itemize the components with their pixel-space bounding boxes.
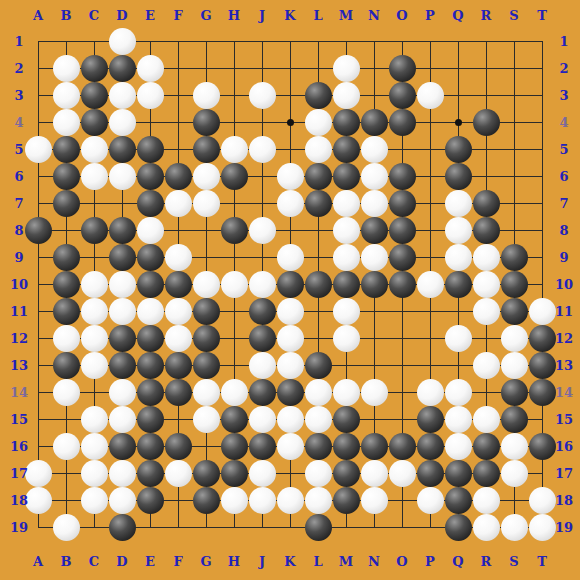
row-label-left: 14 (10, 386, 28, 399)
row-label-right: 2 (559, 62, 568, 75)
white-stone[interactable] (361, 244, 388, 271)
white-stone[interactable] (501, 460, 528, 487)
white-stone[interactable] (81, 298, 108, 325)
white-stone[interactable] (473, 487, 500, 514)
white-stone[interactable] (445, 433, 472, 460)
white-stone[interactable] (445, 244, 472, 271)
black-stone[interactable] (389, 55, 416, 82)
black-stone[interactable] (137, 163, 164, 190)
black-stone[interactable] (249, 433, 276, 460)
black-stone[interactable] (529, 352, 556, 379)
white-stone[interactable] (81, 163, 108, 190)
white-stone[interactable] (277, 433, 304, 460)
row-label-right: 6 (559, 170, 568, 183)
white-stone[interactable] (81, 325, 108, 352)
row-label-right: 5 (559, 143, 568, 156)
row-label-left: 17 (10, 467, 28, 480)
white-stone[interactable] (501, 514, 528, 541)
row-label-right: 17 (555, 467, 573, 480)
black-stone[interactable] (389, 190, 416, 217)
white-stone[interactable] (529, 487, 556, 514)
row-label-left: 10 (10, 278, 28, 291)
black-stone[interactable] (333, 433, 360, 460)
black-stone[interactable] (305, 190, 332, 217)
star-point (287, 119, 294, 126)
black-stone[interactable] (445, 460, 472, 487)
black-stone[interactable] (501, 298, 528, 325)
white-stone[interactable] (305, 136, 332, 163)
black-stone[interactable] (389, 163, 416, 190)
black-stone[interactable] (445, 163, 472, 190)
white-stone[interactable] (501, 433, 528, 460)
col-label-top: L (313, 9, 322, 22)
row-label-left: 1 (14, 35, 23, 48)
black-stone[interactable] (137, 271, 164, 298)
white-stone[interactable] (417, 379, 444, 406)
col-label-top: D (116, 9, 127, 22)
black-stone[interactable] (361, 217, 388, 244)
black-stone[interactable] (137, 244, 164, 271)
white-stone[interactable] (277, 190, 304, 217)
col-label-top: O (396, 9, 407, 22)
white-stone[interactable] (445, 217, 472, 244)
white-stone[interactable] (81, 406, 108, 433)
white-stone[interactable] (249, 352, 276, 379)
col-label-top: T (537, 9, 547, 22)
black-stone[interactable] (165, 163, 192, 190)
white-stone[interactable] (249, 406, 276, 433)
black-stone[interactable] (277, 271, 304, 298)
col-label-top: F (173, 9, 182, 22)
white-stone[interactable] (277, 406, 304, 433)
white-stone[interactable] (221, 379, 248, 406)
white-stone[interactable] (109, 487, 136, 514)
col-label-bottom: B (61, 555, 72, 568)
black-stone[interactable] (109, 55, 136, 82)
col-label-bottom: F (173, 555, 182, 568)
col-label-bottom: T (537, 555, 547, 568)
white-stone[interactable] (277, 352, 304, 379)
col-label-top: H (228, 9, 240, 22)
black-stone[interactable] (221, 433, 248, 460)
black-stone[interactable] (109, 136, 136, 163)
white-stone[interactable] (473, 271, 500, 298)
white-stone[interactable] (165, 460, 192, 487)
white-stone[interactable] (361, 379, 388, 406)
row-label-right: 15 (555, 413, 573, 426)
black-stone[interactable] (109, 217, 136, 244)
col-label-bottom: O (396, 555, 407, 568)
black-stone[interactable] (501, 271, 528, 298)
white-stone[interactable] (81, 487, 108, 514)
white-stone[interactable] (193, 406, 220, 433)
white-stone[interactable] (445, 325, 472, 352)
white-stone[interactable] (221, 487, 248, 514)
col-label-bottom: Q (452, 555, 463, 568)
col-label-top: S (509, 9, 518, 22)
black-stone[interactable] (333, 109, 360, 136)
black-stone[interactable] (501, 406, 528, 433)
col-label-top: J (259, 9, 265, 22)
white-stone[interactable] (53, 433, 80, 460)
black-stone[interactable] (53, 190, 80, 217)
row-label-left: 19 (10, 521, 28, 534)
col-label-top: R (481, 9, 492, 22)
black-stone[interactable] (389, 82, 416, 109)
go-board[interactable]: AABBCCDDEEFFGGHHJJKKLLMMNNOOPPQQRRSSTT11… (0, 0, 580, 580)
col-label-top: G (200, 9, 211, 22)
white-stone[interactable] (417, 271, 444, 298)
row-label-right: 19 (555, 521, 573, 534)
white-stone[interactable] (361, 460, 388, 487)
white-stone[interactable] (361, 136, 388, 163)
col-label-bottom: N (368, 555, 380, 568)
white-stone[interactable] (333, 298, 360, 325)
col-label-bottom: R (481, 555, 492, 568)
col-label-top: A (33, 9, 43, 22)
black-stone[interactable] (305, 163, 332, 190)
white-stone[interactable] (333, 244, 360, 271)
black-stone[interactable] (333, 163, 360, 190)
white-stone[interactable] (473, 244, 500, 271)
black-stone[interactable] (81, 109, 108, 136)
black-stone[interactable] (445, 514, 472, 541)
col-label-bottom: A (33, 555, 43, 568)
col-label-top: E (145, 9, 155, 22)
black-stone[interactable] (193, 352, 220, 379)
black-stone[interactable] (249, 298, 276, 325)
white-stone[interactable] (249, 82, 276, 109)
white-stone[interactable] (473, 514, 500, 541)
white-stone[interactable] (25, 487, 52, 514)
row-label-left: 18 (10, 494, 28, 507)
black-stone[interactable] (529, 325, 556, 352)
row-label-left: 6 (14, 170, 23, 183)
black-stone[interactable] (305, 433, 332, 460)
black-stone[interactable] (529, 379, 556, 406)
white-stone[interactable] (305, 460, 332, 487)
black-stone[interactable] (109, 514, 136, 541)
black-stone[interactable] (389, 271, 416, 298)
row-label-left: 5 (14, 143, 23, 156)
row-label-right: 10 (555, 278, 573, 291)
black-stone[interactable] (333, 136, 360, 163)
black-stone[interactable] (193, 298, 220, 325)
black-stone[interactable] (221, 217, 248, 244)
black-stone[interactable] (165, 379, 192, 406)
white-stone[interactable] (305, 109, 332, 136)
col-label-top: B (61, 9, 72, 22)
white-stone[interactable] (445, 379, 472, 406)
row-label-left: 7 (14, 197, 23, 210)
row-label-left: 8 (14, 224, 23, 237)
white-stone[interactable] (137, 55, 164, 82)
col-label-bottom: D (116, 555, 127, 568)
black-stone[interactable] (109, 352, 136, 379)
col-label-top: C (89, 9, 99, 22)
col-label-bottom: P (425, 555, 435, 568)
black-stone[interactable] (53, 352, 80, 379)
row-label-right: 13 (555, 359, 573, 372)
white-stone[interactable] (473, 352, 500, 379)
white-stone[interactable] (165, 244, 192, 271)
row-label-left: 3 (14, 89, 23, 102)
black-stone[interactable] (137, 379, 164, 406)
black-stone[interactable] (361, 109, 388, 136)
col-label-bottom: S (509, 555, 518, 568)
black-stone[interactable] (53, 244, 80, 271)
white-stone[interactable] (53, 55, 80, 82)
white-stone[interactable] (137, 217, 164, 244)
row-label-right: 7 (559, 197, 568, 210)
white-stone[interactable] (81, 271, 108, 298)
white-stone[interactable] (277, 325, 304, 352)
black-stone[interactable] (137, 325, 164, 352)
white-stone[interactable] (193, 82, 220, 109)
white-stone[interactable] (529, 298, 556, 325)
white-stone[interactable] (109, 109, 136, 136)
white-stone[interactable] (305, 406, 332, 433)
black-stone[interactable] (473, 460, 500, 487)
col-label-bottom: G (200, 555, 211, 568)
white-stone[interactable] (53, 82, 80, 109)
white-stone[interactable] (53, 379, 80, 406)
row-label-right: 12 (555, 332, 573, 345)
black-stone[interactable] (389, 244, 416, 271)
row-label-left: 13 (10, 359, 28, 372)
black-stone[interactable] (249, 379, 276, 406)
black-stone[interactable] (473, 217, 500, 244)
black-stone[interactable] (473, 109, 500, 136)
row-label-left: 15 (10, 413, 28, 426)
white-stone[interactable] (165, 325, 192, 352)
black-stone[interactable] (221, 460, 248, 487)
black-stone[interactable] (193, 487, 220, 514)
black-stone[interactable] (333, 487, 360, 514)
white-stone[interactable] (165, 298, 192, 325)
white-stone[interactable] (361, 487, 388, 514)
black-stone[interactable] (277, 379, 304, 406)
white-stone[interactable] (445, 406, 472, 433)
white-stone[interactable] (305, 379, 332, 406)
row-label-right: 3 (559, 89, 568, 102)
black-stone[interactable] (193, 109, 220, 136)
black-stone[interactable] (417, 433, 444, 460)
white-stone[interactable] (333, 379, 360, 406)
white-stone[interactable] (81, 352, 108, 379)
black-stone[interactable] (473, 433, 500, 460)
black-stone[interactable] (193, 325, 220, 352)
row-label-right: 16 (555, 440, 573, 453)
black-stone[interactable] (81, 82, 108, 109)
white-stone[interactable] (25, 136, 52, 163)
white-stone[interactable] (333, 190, 360, 217)
black-stone[interactable] (445, 487, 472, 514)
white-stone[interactable] (361, 163, 388, 190)
black-stone[interactable] (389, 109, 416, 136)
black-stone[interactable] (305, 82, 332, 109)
col-label-top: M (339, 9, 353, 22)
black-stone[interactable] (137, 406, 164, 433)
row-label-right: 9 (559, 251, 568, 264)
white-stone[interactable] (333, 82, 360, 109)
white-stone[interactable] (193, 271, 220, 298)
white-stone[interactable] (109, 271, 136, 298)
white-stone[interactable] (389, 460, 416, 487)
white-stone[interactable] (109, 460, 136, 487)
white-stone[interactable] (249, 271, 276, 298)
white-stone[interactable] (193, 379, 220, 406)
black-stone[interactable] (389, 217, 416, 244)
row-label-right: 4 (559, 116, 568, 129)
black-stone[interactable] (165, 433, 192, 460)
white-stone[interactable] (81, 136, 108, 163)
white-stone[interactable] (277, 244, 304, 271)
white-stone[interactable] (501, 325, 528, 352)
white-stone[interactable] (109, 379, 136, 406)
white-stone[interactable] (305, 487, 332, 514)
black-stone[interactable] (53, 298, 80, 325)
white-stone[interactable] (53, 109, 80, 136)
black-stone[interactable] (361, 271, 388, 298)
black-stone[interactable] (109, 433, 136, 460)
black-stone[interactable] (305, 271, 332, 298)
white-stone[interactable] (277, 487, 304, 514)
white-stone[interactable] (137, 82, 164, 109)
white-stone[interactable] (53, 514, 80, 541)
black-stone[interactable] (109, 244, 136, 271)
black-stone[interactable] (333, 460, 360, 487)
white-stone[interactable] (109, 406, 136, 433)
white-stone[interactable] (249, 487, 276, 514)
col-label-bottom: H (228, 555, 240, 568)
black-stone[interactable] (193, 136, 220, 163)
black-stone[interactable] (193, 460, 220, 487)
black-stone[interactable] (333, 271, 360, 298)
black-stone[interactable] (165, 352, 192, 379)
white-stone[interactable] (53, 325, 80, 352)
black-stone[interactable] (501, 244, 528, 271)
white-stone[interactable] (473, 298, 500, 325)
black-stone[interactable] (333, 406, 360, 433)
black-stone[interactable] (81, 55, 108, 82)
row-label-left: 4 (14, 116, 23, 129)
black-stone[interactable] (249, 325, 276, 352)
black-stone[interactable] (137, 460, 164, 487)
black-stone[interactable] (137, 190, 164, 217)
white-stone[interactable] (417, 487, 444, 514)
white-stone[interactable] (473, 406, 500, 433)
white-stone[interactable] (277, 163, 304, 190)
white-stone[interactable] (501, 352, 528, 379)
white-stone[interactable] (165, 190, 192, 217)
white-stone[interactable] (249, 217, 276, 244)
white-stone[interactable] (25, 460, 52, 487)
row-label-right: 8 (559, 224, 568, 237)
white-stone[interactable] (221, 271, 248, 298)
col-label-bottom: J (259, 555, 265, 568)
col-label-bottom: K (284, 555, 295, 568)
white-stone[interactable] (193, 190, 220, 217)
black-stone[interactable] (165, 271, 192, 298)
black-stone[interactable] (221, 163, 248, 190)
white-stone[interactable] (109, 163, 136, 190)
black-stone[interactable] (305, 352, 332, 379)
black-stone[interactable] (445, 271, 472, 298)
row-label-left: 9 (14, 251, 23, 264)
white-stone[interactable] (333, 325, 360, 352)
col-label-top: N (368, 9, 380, 22)
white-stone[interactable] (529, 514, 556, 541)
white-stone[interactable] (277, 298, 304, 325)
white-stone[interactable] (81, 433, 108, 460)
star-point (455, 119, 462, 126)
black-stone[interactable] (53, 163, 80, 190)
black-stone[interactable] (25, 217, 52, 244)
white-stone[interactable] (193, 163, 220, 190)
black-stone[interactable] (221, 406, 248, 433)
white-stone[interactable] (445, 190, 472, 217)
black-stone[interactable] (137, 433, 164, 460)
col-label-top: K (284, 9, 295, 22)
white-stone[interactable] (81, 460, 108, 487)
white-stone[interactable] (249, 460, 276, 487)
row-label-right: 14 (555, 386, 573, 399)
col-label-bottom: L (313, 555, 322, 568)
black-stone[interactable] (445, 136, 472, 163)
black-stone[interactable] (389, 433, 416, 460)
black-stone[interactable] (305, 514, 332, 541)
black-stone[interactable] (137, 352, 164, 379)
row-label-left: 12 (10, 332, 28, 345)
black-stone[interactable] (501, 379, 528, 406)
white-stone[interactable] (109, 82, 136, 109)
black-stone[interactable] (473, 190, 500, 217)
row-label-left: 16 (10, 440, 28, 453)
white-stone[interactable] (249, 136, 276, 163)
black-stone[interactable] (81, 217, 108, 244)
black-stone[interactable] (417, 406, 444, 433)
black-stone[interactable] (137, 136, 164, 163)
black-stone[interactable] (529, 433, 556, 460)
row-label-left: 11 (10, 305, 28, 318)
col-label-top: P (425, 9, 435, 22)
black-stone[interactable] (137, 487, 164, 514)
white-stone[interactable] (361, 190, 388, 217)
black-stone[interactable] (53, 271, 80, 298)
row-label-right: 11 (555, 305, 573, 318)
black-stone[interactable] (361, 433, 388, 460)
col-label-bottom: E (145, 555, 155, 568)
white-stone[interactable] (333, 217, 360, 244)
col-label-bottom: M (339, 555, 353, 568)
row-label-left: 2 (14, 62, 23, 75)
white-stone[interactable] (109, 298, 136, 325)
black-stone[interactable] (109, 325, 136, 352)
white-stone[interactable] (137, 298, 164, 325)
black-stone[interactable] (53, 136, 80, 163)
black-stone[interactable] (417, 460, 444, 487)
col-label-top: Q (452, 9, 463, 22)
white-stone[interactable] (221, 136, 248, 163)
col-label-bottom: C (89, 555, 99, 568)
row-label-right: 1 (559, 35, 568, 48)
white-stone[interactable] (333, 55, 360, 82)
row-label-right: 18 (555, 494, 573, 507)
white-stone[interactable] (417, 82, 444, 109)
white-stone[interactable] (109, 28, 136, 55)
